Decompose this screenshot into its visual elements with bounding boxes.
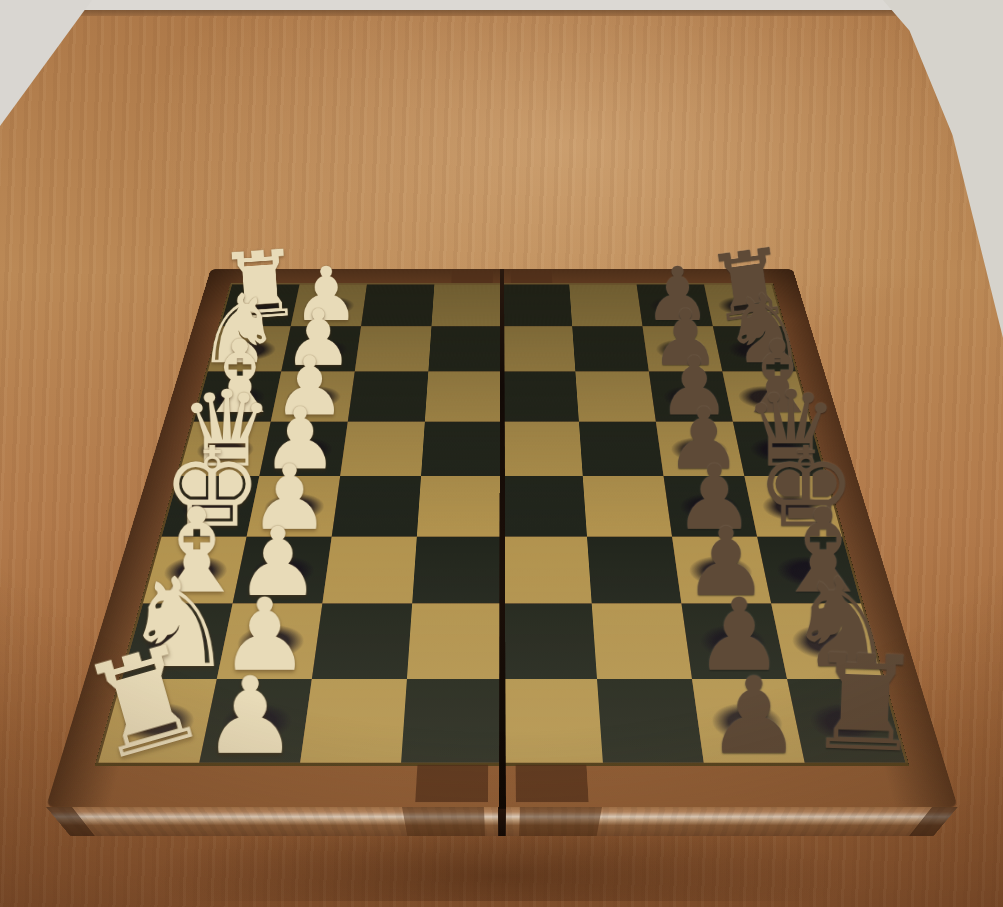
far-rail-inlay-right	[510, 271, 551, 283]
near-rail-inlay-left	[415, 765, 488, 803]
square-r4c6[interactable]	[579, 421, 664, 476]
photo-scene: ♜♟♟♜♞♟♟♞♝♟♟♝♛♟♟♛♚♟♟♚♝♟♟♝♞♟♟♞♜♟♟♜	[0, 0, 1003, 907]
white-rook[interactable]: ♜	[69, 628, 202, 782]
square-r6c6[interactable]	[587, 536, 681, 603]
square-r8c8[interactable]: ♜	[787, 679, 906, 763]
square-r8c7[interactable]: ♟	[692, 679, 805, 763]
black-rook[interactable]: ♜	[803, 636, 908, 771]
front-face-inlay-left	[401, 807, 484, 836]
square-r4c3[interactable]	[340, 421, 425, 476]
front-face-hinge-gap	[498, 807, 506, 836]
square-r1c3[interactable]	[361, 284, 434, 326]
black-pawn[interactable]: ♟	[703, 663, 804, 770]
square-r7c3[interactable]	[311, 604, 411, 679]
square-r5c6[interactable]	[582, 476, 671, 536]
square-r6c3[interactable]	[322, 536, 416, 603]
perspective-scene: ♜♟♟♜♞♟♟♞♝♟♟♝♛♟♟♛♚♟♟♚♝♟♟♝♞♟♟♞♜♟♟♜	[0, 0, 1003, 907]
square-r5c5[interactable]	[502, 476, 587, 536]
square-r3c4[interactable]	[424, 372, 501, 422]
square-r1c5[interactable]	[502, 284, 572, 326]
square-r4c4[interactable]	[421, 421, 502, 476]
square-r4c5[interactable]	[502, 421, 583, 476]
square-r6c5[interactable]	[502, 536, 592, 603]
front-face-corner-joint-left	[46, 807, 95, 836]
square-r8c1[interactable]: ♜	[98, 679, 217, 763]
square-r8c5[interactable]	[502, 679, 603, 763]
box-front-face	[46, 807, 958, 836]
square-r3c3[interactable]	[347, 372, 427, 422]
square-r6c4[interactable]	[412, 536, 502, 603]
square-r8c6[interactable]	[597, 679, 704, 763]
square-r3c6[interactable]	[575, 372, 655, 422]
square-r7c6[interactable]	[591, 604, 691, 679]
near-rail-inlay-right	[515, 765, 588, 803]
square-r7c4[interactable]	[406, 604, 501, 679]
square-r2c6[interactable]	[572, 326, 649, 371]
square-r2c3[interactable]	[354, 326, 431, 371]
square-r8c2[interactable]: ♟	[199, 679, 312, 763]
square-r8c3[interactable]	[300, 679, 407, 763]
white-pawn[interactable]: ♟	[199, 663, 300, 770]
square-r8c4[interactable]	[401, 679, 502, 763]
front-face-corner-joint-right	[908, 807, 957, 836]
board-frame: ♜♟♟♜♞♟♟♞♝♟♟♝♛♟♟♛♚♟♟♚♝♟♟♝♞♟♟♞♜♟♟♜	[46, 269, 958, 807]
square-r3c5[interactable]	[502, 372, 579, 422]
square-r1c4[interactable]	[431, 284, 501, 326]
square-r5c3[interactable]	[331, 476, 420, 536]
chess-board: ♜♟♟♜♞♟♟♞♝♟♟♝♛♟♟♛♚♟♟♚♝♟♟♝♞♟♟♞♜♟♟♜	[46, 269, 958, 807]
square-r2c4[interactable]	[428, 326, 502, 371]
square-r1c6[interactable]	[569, 284, 642, 326]
far-rail-inlay-left	[451, 271, 492, 283]
square-r2c5[interactable]	[502, 326, 576, 371]
square-r7c5[interactable]	[502, 604, 597, 679]
square-r5c4[interactable]	[416, 476, 501, 536]
front-face-inlay-right	[519, 807, 602, 836]
hinge-seam	[498, 269, 505, 809]
